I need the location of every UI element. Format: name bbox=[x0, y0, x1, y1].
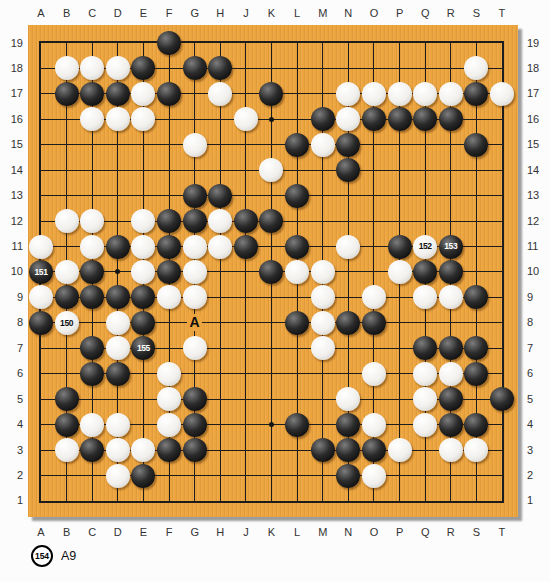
white-stone bbox=[413, 82, 437, 106]
coord-label-bottom: F bbox=[158, 526, 180, 539]
black-stone bbox=[208, 184, 232, 208]
black-stone bbox=[439, 260, 463, 284]
white-stone bbox=[29, 235, 53, 259]
white-stone bbox=[362, 413, 386, 437]
go-board: 153151155152150A bbox=[28, 25, 518, 517]
black-stone bbox=[157, 235, 181, 259]
white-stone bbox=[183, 133, 207, 157]
white-stone: 152 bbox=[413, 235, 437, 259]
coord-label-right: 17 bbox=[527, 87, 547, 100]
black-stone bbox=[285, 413, 309, 437]
coord-label-bottom: O bbox=[363, 526, 385, 539]
coord-label-right: 2 bbox=[527, 469, 547, 482]
coord-label-right: 14 bbox=[527, 164, 547, 177]
coord-label-right: 12 bbox=[527, 215, 547, 228]
footer-move-number: 154 bbox=[35, 551, 49, 561]
black-stone bbox=[80, 362, 104, 386]
coord-label-right: 4 bbox=[527, 418, 547, 431]
black-stone bbox=[29, 311, 53, 335]
black-stone bbox=[439, 413, 463, 437]
coord-label-right: 19 bbox=[527, 37, 547, 50]
black-stone bbox=[464, 362, 488, 386]
black-stone bbox=[183, 413, 207, 437]
black-stone bbox=[336, 413, 360, 437]
white-stone bbox=[285, 260, 309, 284]
coord-label-left: 5 bbox=[3, 393, 23, 406]
coord-label-bottom: L bbox=[286, 526, 308, 539]
white-stone bbox=[413, 362, 437, 386]
white-stone bbox=[311, 133, 335, 157]
footer-move-location: A9 bbox=[61, 549, 76, 563]
coord-label-top: L bbox=[286, 7, 308, 20]
black-stone bbox=[285, 311, 309, 335]
white-stone bbox=[106, 464, 130, 488]
black-stone bbox=[285, 184, 309, 208]
coord-label-bottom: G bbox=[184, 526, 206, 539]
coord-label-left: 3 bbox=[3, 444, 23, 457]
coord-label-bottom: C bbox=[81, 526, 103, 539]
white-stone bbox=[311, 260, 335, 284]
black-stone bbox=[439, 387, 463, 411]
coord-label-top: O bbox=[363, 7, 385, 20]
white-stone: 150 bbox=[55, 311, 79, 335]
coord-label-top: T bbox=[491, 7, 513, 20]
go-diagram-page: 153151155152150A 154 A9 AABBCCDDEEFFGGHH… bbox=[0, 0, 550, 582]
black-stone bbox=[106, 82, 130, 106]
white-stone bbox=[157, 362, 181, 386]
black-stone bbox=[388, 235, 412, 259]
stone-move-number: 151 bbox=[35, 268, 48, 277]
coord-label-left: 17 bbox=[3, 87, 23, 100]
coord-label-left: 7 bbox=[3, 342, 23, 355]
coord-label-top: G bbox=[184, 7, 206, 20]
white-stone bbox=[80, 413, 104, 437]
white-stone bbox=[131, 235, 155, 259]
black-stone bbox=[464, 413, 488, 437]
black-stone bbox=[183, 184, 207, 208]
black-stone bbox=[106, 362, 130, 386]
coord-label-top: Q bbox=[414, 7, 436, 20]
coord-label-right: 18 bbox=[527, 62, 547, 75]
coord-label-right: 9 bbox=[527, 291, 547, 304]
coord-label-right: 8 bbox=[527, 316, 547, 329]
black-stone bbox=[157, 82, 181, 106]
star-point bbox=[269, 117, 274, 122]
coord-label-left: 14 bbox=[3, 164, 23, 177]
point-label-A: A bbox=[187, 314, 202, 331]
black-stone bbox=[157, 209, 181, 233]
black-stone bbox=[55, 387, 79, 411]
white-stone bbox=[388, 438, 412, 462]
coord-label-left: 8 bbox=[3, 316, 23, 329]
coord-label-top: F bbox=[158, 7, 180, 20]
white-stone bbox=[439, 82, 463, 106]
white-stone bbox=[208, 235, 232, 259]
black-stone bbox=[439, 107, 463, 131]
coord-label-top: J bbox=[235, 7, 257, 20]
white-stone bbox=[106, 107, 130, 131]
coord-label-right: 5 bbox=[527, 393, 547, 406]
coord-label-right: 13 bbox=[527, 189, 547, 202]
white-stone bbox=[106, 438, 130, 462]
coord-label-left: 10 bbox=[3, 265, 23, 278]
coord-label-left: 13 bbox=[3, 189, 23, 202]
black-stone bbox=[311, 438, 335, 462]
coord-label-bottom: E bbox=[132, 526, 154, 539]
white-stone bbox=[311, 285, 335, 309]
black-stone: 153 bbox=[439, 235, 463, 259]
black-stone bbox=[234, 209, 258, 233]
coord-label-top: P bbox=[389, 7, 411, 20]
black-stone bbox=[183, 56, 207, 80]
white-stone bbox=[55, 56, 79, 80]
white-stone bbox=[388, 82, 412, 106]
coord-label-top: M bbox=[312, 7, 334, 20]
black-stone bbox=[80, 82, 104, 106]
black-stone bbox=[157, 438, 181, 462]
white-stone bbox=[362, 464, 386, 488]
white-stone bbox=[106, 336, 130, 360]
coord-label-bottom: S bbox=[465, 526, 487, 539]
white-stone bbox=[208, 82, 232, 106]
white-stone bbox=[311, 336, 335, 360]
white-stone bbox=[106, 311, 130, 335]
coord-label-left: 4 bbox=[3, 418, 23, 431]
coord-label-left: 9 bbox=[3, 291, 23, 304]
white-stone bbox=[490, 82, 514, 106]
black-stone bbox=[362, 438, 386, 462]
black-stone bbox=[183, 438, 207, 462]
coord-label-bottom: B bbox=[56, 526, 78, 539]
black-stone bbox=[464, 133, 488, 157]
black-stone bbox=[311, 107, 335, 131]
black-stone bbox=[362, 311, 386, 335]
black-stone bbox=[131, 464, 155, 488]
black-stone bbox=[55, 82, 79, 106]
coord-label-left: 12 bbox=[3, 215, 23, 228]
black-stone bbox=[55, 285, 79, 309]
coord-label-bottom: D bbox=[107, 526, 129, 539]
coord-label-bottom: Q bbox=[414, 526, 436, 539]
stone-move-number: 150 bbox=[60, 319, 73, 328]
stone-move-number: 153 bbox=[444, 242, 457, 251]
coord-label-bottom: T bbox=[491, 526, 513, 539]
white-stone bbox=[388, 260, 412, 284]
white-stone bbox=[106, 413, 130, 437]
white-stone bbox=[80, 235, 104, 259]
stone-move-number: 155 bbox=[137, 344, 150, 353]
black-stone bbox=[157, 260, 181, 284]
coord-label-bottom: R bbox=[440, 526, 462, 539]
white-stone bbox=[336, 235, 360, 259]
black-stone bbox=[285, 235, 309, 259]
black-stone bbox=[234, 235, 258, 259]
white-stone bbox=[311, 311, 335, 335]
white-stone bbox=[157, 413, 181, 437]
black-stone bbox=[439, 336, 463, 360]
black-stone bbox=[388, 107, 412, 131]
coord-label-top: H bbox=[209, 7, 231, 20]
coord-label-top: B bbox=[56, 7, 78, 20]
black-stone bbox=[183, 209, 207, 233]
coord-label-bottom: N bbox=[337, 526, 359, 539]
coord-label-left: 15 bbox=[3, 138, 23, 151]
stone-move-number: 152 bbox=[419, 242, 432, 251]
black-stone bbox=[55, 413, 79, 437]
black-stone bbox=[183, 387, 207, 411]
coord-label-bottom: P bbox=[389, 526, 411, 539]
black-stone bbox=[157, 31, 181, 55]
coord-label-right: 7 bbox=[527, 342, 547, 355]
coord-label-left: 19 bbox=[3, 37, 23, 50]
coord-label-top: R bbox=[440, 7, 462, 20]
white-stone bbox=[183, 235, 207, 259]
coord-label-left: 1 bbox=[3, 494, 23, 507]
coord-label-bottom: K bbox=[260, 526, 282, 539]
white-stone bbox=[183, 336, 207, 360]
black-stone bbox=[490, 387, 514, 411]
coord-label-right: 16 bbox=[527, 113, 547, 126]
coord-label-right: 6 bbox=[527, 367, 547, 380]
white-stone bbox=[362, 362, 386, 386]
black-stone bbox=[336, 464, 360, 488]
coord-label-left: 18 bbox=[3, 62, 23, 75]
coord-label-left: 11 bbox=[3, 240, 23, 253]
coord-label-top: N bbox=[337, 7, 359, 20]
white-stone bbox=[413, 413, 437, 437]
black-stone bbox=[106, 235, 130, 259]
white-stone bbox=[183, 285, 207, 309]
coord-label-left: 2 bbox=[3, 469, 23, 482]
black-stone bbox=[413, 260, 437, 284]
coord-label-right: 10 bbox=[527, 265, 547, 278]
black-stone bbox=[336, 133, 360, 157]
coord-label-bottom: A bbox=[30, 526, 52, 539]
coord-label-top: S bbox=[465, 7, 487, 20]
coord-label-right: 1 bbox=[527, 494, 547, 507]
white-stone bbox=[183, 260, 207, 284]
coord-label-top: C bbox=[81, 7, 103, 20]
coord-label-bottom: M bbox=[312, 526, 334, 539]
coord-label-bottom: H bbox=[209, 526, 231, 539]
coord-label-right: 15 bbox=[527, 138, 547, 151]
coord-label-left: 6 bbox=[3, 367, 23, 380]
white-stone bbox=[55, 209, 79, 233]
coord-label-top: K bbox=[260, 7, 282, 20]
white-stone bbox=[362, 82, 386, 106]
coord-label-right: 3 bbox=[527, 444, 547, 457]
coord-label-top: D bbox=[107, 7, 129, 20]
coord-label-top: E bbox=[132, 7, 154, 20]
white-stone bbox=[55, 438, 79, 462]
coord-label-top: A bbox=[30, 7, 52, 20]
black-stone bbox=[285, 133, 309, 157]
white-stone bbox=[439, 362, 463, 386]
footer-move-stone: 154 bbox=[31, 545, 53, 567]
white-stone bbox=[439, 438, 463, 462]
coord-label-bottom: J bbox=[235, 526, 257, 539]
coord-label-right: 11 bbox=[527, 240, 547, 253]
white-stone bbox=[55, 260, 79, 284]
coord-label-left: 16 bbox=[3, 113, 23, 126]
black-stone: 151 bbox=[29, 260, 53, 284]
